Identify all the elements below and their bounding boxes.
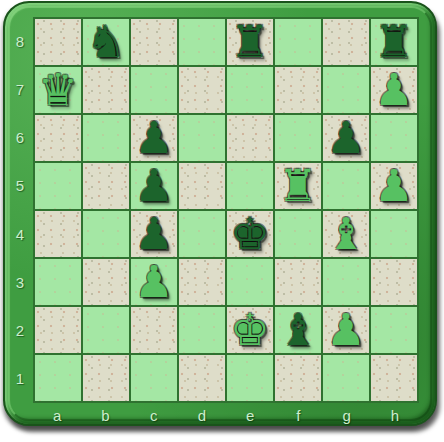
square-f6[interactable]: [275, 115, 321, 161]
square-b6[interactable]: [83, 115, 129, 161]
piece-black-rook[interactable]: ♜: [374, 19, 413, 65]
square-e2[interactable]: ♚: [227, 307, 273, 353]
square-h2[interactable]: [371, 307, 417, 353]
square-h5[interactable]: ♟: [371, 163, 417, 209]
square-e3[interactable]: [227, 259, 273, 305]
square-d1[interactable]: [179, 355, 225, 401]
square-g2[interactable]: ♟: [323, 307, 369, 353]
square-e1[interactable]: [227, 355, 273, 401]
square-c6[interactable]: ♟: [131, 115, 177, 161]
piece-black-pawn[interactable]: ♟: [134, 211, 173, 257]
square-c7[interactable]: [131, 67, 177, 113]
square-c2[interactable]: [131, 307, 177, 353]
square-a3[interactable]: [35, 259, 81, 305]
square-d5[interactable]: [179, 163, 225, 209]
square-a1[interactable]: [35, 355, 81, 401]
square-c1[interactable]: [131, 355, 177, 401]
square-f8[interactable]: [275, 19, 321, 65]
square-d7[interactable]: [179, 67, 225, 113]
file-label-h: h: [371, 403, 419, 427]
square-g6[interactable]: ♟: [323, 115, 369, 161]
piece-white-pawn[interactable]: ♟: [374, 67, 413, 113]
square-e7[interactable]: [227, 67, 273, 113]
piece-white-rook[interactable]: ♜: [278, 163, 317, 209]
piece-black-pawn[interactable]: ♟: [326, 115, 365, 161]
piece-white-king[interactable]: ♚: [230, 307, 269, 353]
file-label-b: b: [81, 403, 129, 427]
square-e8[interactable]: ♜: [227, 19, 273, 65]
piece-black-pawn[interactable]: ♟: [134, 115, 173, 161]
square-b8[interactable]: ♞: [83, 19, 129, 65]
square-a8[interactable]: [35, 19, 81, 65]
rank-label-1: 1: [7, 355, 33, 403]
rank-label-3: 3: [7, 258, 33, 306]
square-g5[interactable]: [323, 163, 369, 209]
piece-black-rook[interactable]: ♜: [230, 19, 269, 65]
square-f4[interactable]: [275, 211, 321, 257]
square-e4[interactable]: ♚: [227, 211, 273, 257]
file-label-d: d: [178, 403, 226, 427]
rank-label-8: 8: [7, 17, 33, 65]
square-b2[interactable]: [83, 307, 129, 353]
square-a4[interactable]: [35, 211, 81, 257]
square-c3[interactable]: ♟: [131, 259, 177, 305]
square-b7[interactable]: [83, 67, 129, 113]
piece-white-pawn[interactable]: ♟: [134, 259, 173, 305]
square-f3[interactable]: [275, 259, 321, 305]
piece-black-pawn[interactable]: ♟: [134, 163, 173, 209]
square-d6[interactable]: [179, 115, 225, 161]
piece-black-king[interactable]: ♚: [230, 211, 269, 257]
square-a5[interactable]: [35, 163, 81, 209]
square-c8[interactable]: [131, 19, 177, 65]
square-d8[interactable]: [179, 19, 225, 65]
square-a2[interactable]: [35, 307, 81, 353]
square-a6[interactable]: [35, 115, 81, 161]
square-d3[interactable]: [179, 259, 225, 305]
square-h7[interactable]: ♟: [371, 67, 417, 113]
rank-labels: 87654321: [7, 17, 33, 403]
rank-label-2: 2: [7, 307, 33, 355]
piece-white-bishop[interactable]: ♝: [326, 211, 365, 257]
square-b3[interactable]: [83, 259, 129, 305]
rank-label-4: 4: [7, 210, 33, 258]
file-labels: abcdefgh: [33, 403, 419, 427]
piece-black-bishop[interactable]: ♝: [278, 307, 317, 353]
rank-label-7: 7: [7, 65, 33, 113]
square-c4[interactable]: ♟: [131, 211, 177, 257]
square-h8[interactable]: ♜: [371, 19, 417, 65]
square-e6[interactable]: [227, 115, 273, 161]
square-f2[interactable]: ♝: [275, 307, 321, 353]
piece-white-queen[interactable]: ♛: [38, 67, 77, 113]
square-h4[interactable]: [371, 211, 417, 257]
square-d4[interactable]: [179, 211, 225, 257]
file-label-c: c: [130, 403, 178, 427]
square-g3[interactable]: [323, 259, 369, 305]
square-a7[interactable]: ♛: [35, 67, 81, 113]
file-label-g: g: [323, 403, 371, 427]
square-g1[interactable]: [323, 355, 369, 401]
piece-white-pawn[interactable]: ♟: [374, 163, 413, 209]
piece-black-knight[interactable]: ♞: [86, 19, 125, 65]
square-g7[interactable]: [323, 67, 369, 113]
square-b4[interactable]: [83, 211, 129, 257]
file-label-f: f: [274, 403, 322, 427]
square-c5[interactable]: ♟: [131, 163, 177, 209]
rank-label-5: 5: [7, 162, 33, 210]
square-h6[interactable]: [371, 115, 417, 161]
square-h3[interactable]: [371, 259, 417, 305]
chess-board-frame: 87654321 abcdefgh ♞♜♜♛♟♟♟♟♜♟♟♚♝♟♚♝♟: [3, 1, 437, 426]
file-label-a: a: [33, 403, 81, 427]
square-f1[interactable]: [275, 355, 321, 401]
square-e5[interactable]: [227, 163, 273, 209]
square-h1[interactable]: [371, 355, 417, 401]
square-d2[interactable]: [179, 307, 225, 353]
square-b1[interactable]: [83, 355, 129, 401]
piece-white-pawn[interactable]: ♟: [326, 307, 365, 353]
file-label-e: e: [226, 403, 274, 427]
square-g8[interactable]: [323, 19, 369, 65]
chess-board: ♞♜♜♛♟♟♟♟♜♟♟♚♝♟♚♝♟: [33, 17, 419, 403]
rank-label-6: 6: [7, 114, 33, 162]
square-f5[interactable]: ♜: [275, 163, 321, 209]
square-g4[interactable]: ♝: [323, 211, 369, 257]
square-f7[interactable]: [275, 67, 321, 113]
square-b5[interactable]: [83, 163, 129, 209]
